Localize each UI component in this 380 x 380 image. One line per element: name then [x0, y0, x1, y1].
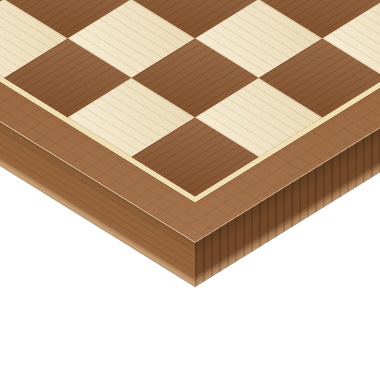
chessboard-photo: [0, 0, 380, 380]
